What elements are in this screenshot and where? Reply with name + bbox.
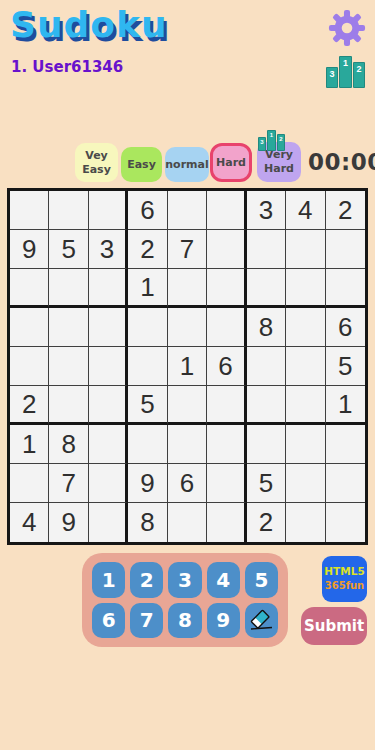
grid-cell-r4c8[interactable] — [286, 308, 325, 347]
grid-cell-r7c5[interactable] — [168, 425, 207, 464]
grid-cell-r7c1[interactable]: 1 — [10, 425, 49, 464]
sudoku-board: 6342953271861652511879654982 — [7, 188, 368, 545]
grid-cell-r4c4[interactable] — [128, 308, 167, 347]
grid-cell-r3c8[interactable] — [286, 269, 325, 308]
numpad-button-8[interactable]: 8 — [168, 603, 201, 639]
grid-cell-r9c5[interactable] — [168, 503, 207, 542]
grid-cell-r6c8[interactable] — [286, 386, 325, 425]
grid-cell-r3c9[interactable] — [326, 269, 365, 308]
grid-cell-r9c4[interactable]: 8 — [128, 503, 167, 542]
numpad-button-5[interactable]: 5 — [245, 562, 278, 598]
grid-cell-r1c1[interactable] — [10, 191, 49, 230]
grid-cell-r9c7[interactable]: 2 — [247, 503, 286, 542]
grid-cell-r2c7[interactable] — [247, 230, 286, 269]
grid-cell-r9c9[interactable] — [326, 503, 365, 542]
grid-cell-r3c4[interactable]: 1 — [128, 269, 167, 308]
grid-cell-r3c5[interactable] — [168, 269, 207, 308]
numpad-button-7[interactable]: 7 — [130, 603, 163, 639]
grid-cell-r7c6[interactable] — [207, 425, 246, 464]
grid-cell-r7c9[interactable] — [326, 425, 365, 464]
grid-cell-r5c4[interactable] — [128, 347, 167, 386]
grid-cell-r4c1[interactable] — [10, 308, 49, 347]
brand-line2: 365fun — [325, 579, 364, 594]
grid-cell-r1c2[interactable] — [49, 191, 88, 230]
grid-cell-r8c1[interactable] — [10, 464, 49, 503]
grid-cell-r7c8[interactable] — [286, 425, 325, 464]
grid-cell-r1c9[interactable]: 2 — [326, 191, 365, 230]
grid-cell-r8c4[interactable]: 9 — [128, 464, 167, 503]
difficulty-highscore-icon: 3 1 2 — [258, 130, 285, 151]
grid-cell-r6c6[interactable] — [207, 386, 246, 425]
grid-cell-r5c8[interactable] — [286, 347, 325, 386]
difficulty-vey-easy[interactable]: Vey Easy — [75, 143, 118, 182]
eraser-button[interactable] — [245, 603, 278, 639]
grid-cell-r4c9[interactable]: 6 — [326, 308, 365, 347]
gear-icon — [328, 8, 366, 48]
grid-cell-r5c3[interactable] — [89, 347, 128, 386]
grid-cell-r5c1[interactable] — [10, 347, 49, 386]
grid-cell-r9c6[interactable] — [207, 503, 246, 542]
grid-cell-r1c5[interactable] — [168, 191, 207, 230]
difficulty-easy[interactable]: Easy — [121, 147, 162, 182]
grid-cell-r8c8[interactable] — [286, 464, 325, 503]
numpad-button-4[interactable]: 4 — [207, 562, 240, 598]
grid-cell-r9c8[interactable] — [286, 503, 325, 542]
grid-cell-r9c2[interactable]: 9 — [49, 503, 88, 542]
grid-cell-r6c1[interactable]: 2 — [10, 386, 49, 425]
leaderboard-user-rank: 1. User61346 — [11, 58, 123, 76]
grid-cell-r1c4[interactable]: 6 — [128, 191, 167, 230]
podium-mini-bar-3: 3 — [258, 137, 266, 151]
brand-badge[interactable]: HTML5 365fun — [322, 556, 367, 602]
grid-cell-r7c7[interactable] — [247, 425, 286, 464]
grid-cell-r7c4[interactable] — [128, 425, 167, 464]
grid-cell-r2c4[interactable]: 2 — [128, 230, 167, 269]
grid-cell-r4c7[interactable]: 8 — [247, 308, 286, 347]
grid-cell-r2c5[interactable]: 7 — [168, 230, 207, 269]
grid-cell-r6c3[interactable] — [89, 386, 128, 425]
podium-bar-2: 2 — [353, 62, 365, 88]
numpad-button-2[interactable]: 2 — [130, 562, 163, 598]
podium-bar-3: 3 — [326, 67, 338, 88]
podium-mini-bar-2: 2 — [277, 134, 285, 151]
settings-button[interactable] — [328, 8, 366, 48]
grid-cell-r3c3[interactable] — [89, 269, 128, 308]
grid-cell-r4c2[interactable] — [49, 308, 88, 347]
grid-cell-r2c8[interactable] — [286, 230, 325, 269]
grid-cell-r4c5[interactable] — [168, 308, 207, 347]
grid-cell-r6c9[interactable]: 1 — [326, 386, 365, 425]
grid-cell-r7c3[interactable] — [89, 425, 128, 464]
grid-cell-r1c7[interactable]: 3 — [247, 191, 286, 230]
grid-cell-r6c5[interactable] — [168, 386, 207, 425]
grid-cell-r3c6[interactable] — [207, 269, 246, 308]
grid-cell-r5c9[interactable]: 5 — [326, 347, 365, 386]
grid-cell-r2c9[interactable] — [326, 230, 365, 269]
app-title: Sudoku — [10, 4, 168, 45]
grid-cell-r1c6[interactable] — [207, 191, 246, 230]
grid-cell-r3c7[interactable] — [247, 269, 286, 308]
grid-cell-r6c4[interactable]: 5 — [128, 386, 167, 425]
numpad: 123456789 — [82, 553, 288, 647]
grid-cell-r8c5[interactable]: 6 — [168, 464, 207, 503]
eraser-icon — [247, 607, 275, 633]
grid-cell-r3c2[interactable] — [49, 269, 88, 308]
grid-cell-r8c6[interactable] — [207, 464, 246, 503]
grid-cell-r4c6[interactable] — [207, 308, 246, 347]
grid-cell-r2c2[interactable]: 5 — [49, 230, 88, 269]
numpad-button-1[interactable]: 1 — [92, 562, 125, 598]
grid-cell-r2c1[interactable]: 9 — [10, 230, 49, 269]
grid-cell-r1c3[interactable] — [89, 191, 128, 230]
grid-cell-r8c9[interactable] — [326, 464, 365, 503]
difficulty-hard[interactable]: Hard — [210, 143, 252, 182]
podium-bar-1: 1 — [339, 56, 352, 88]
grid-cell-r2c6[interactable] — [207, 230, 246, 269]
podium-mini-bar-1: 1 — [267, 130, 276, 151]
grid-cell-r5c2[interactable] — [49, 347, 88, 386]
numpad-button-6[interactable]: 6 — [92, 603, 125, 639]
difficulty-normal[interactable]: normal — [165, 147, 209, 182]
grid-cell-r6c2[interactable] — [49, 386, 88, 425]
grid-cell-r2c3[interactable]: 3 — [89, 230, 128, 269]
grid-cell-r8c2[interactable]: 7 — [49, 464, 88, 503]
leaderboard-icon[interactable]: 3 1 2 — [326, 56, 365, 88]
grid-cell-r8c7[interactable]: 5 — [247, 464, 286, 503]
grid-cell-r9c3[interactable] — [89, 503, 128, 542]
numpad-button-3[interactable]: 3 — [168, 562, 201, 598]
grid-cell-r3c1[interactable] — [10, 269, 49, 308]
grid-cell-r5c6[interactable]: 6 — [207, 347, 246, 386]
grid-cell-r9c1[interactable]: 4 — [10, 503, 49, 542]
grid-cell-r5c7[interactable] — [247, 347, 286, 386]
grid-cell-r1c8[interactable]: 4 — [286, 191, 325, 230]
numpad-button-9[interactable]: 9 — [207, 603, 240, 639]
submit-button[interactable]: Submit — [301, 607, 367, 645]
timer: 00:00 — [308, 149, 375, 175]
grid-cell-r8c3[interactable] — [89, 464, 128, 503]
grid-cell-r7c2[interactable]: 8 — [49, 425, 88, 464]
grid-cell-r5c5[interactable]: 1 — [168, 347, 207, 386]
brand-line1: HTML5 — [324, 564, 364, 579]
grid-cell-r6c7[interactable] — [247, 386, 286, 425]
grid-cell-r4c3[interactable] — [89, 308, 128, 347]
